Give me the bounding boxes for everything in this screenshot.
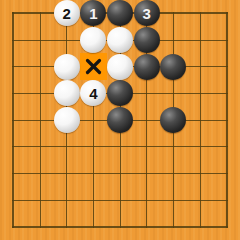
x-marker-icon [85, 58, 102, 75]
stone-black-move-3: 3 [134, 0, 160, 26]
grid-line-vertical [200, 12, 201, 227]
stone-white [54, 80, 80, 106]
stone-black [107, 80, 133, 106]
grid-line-horizontal [12, 173, 227, 174]
grid-line-horizontal [12, 226, 227, 228]
go-board[interactable]: 2134 [0, 0, 240, 240]
stone-white-move-4: 4 [80, 80, 106, 106]
stone-white [80, 27, 106, 53]
stone-white [107, 54, 133, 80]
stone-white [107, 27, 133, 53]
stone-black [107, 0, 133, 26]
stone-white-move-2: 2 [54, 0, 80, 26]
grid-line-vertical [226, 12, 228, 227]
grid-line-horizontal [12, 146, 227, 147]
stone-black [134, 54, 160, 80]
highlighted-point-square[interactable] [80, 53, 107, 80]
stone-black [160, 107, 186, 133]
stone-black [134, 27, 160, 53]
grid-line-horizontal [12, 200, 227, 201]
stone-white [54, 107, 80, 133]
stone-black-move-1: 1 [80, 0, 106, 26]
stone-white [54, 54, 80, 80]
stone-black [107, 107, 133, 133]
stone-black [160, 54, 186, 80]
